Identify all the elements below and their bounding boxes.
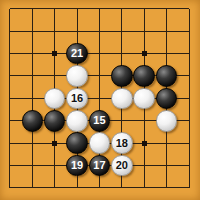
board-point-c1-r4[interactable] <box>0 65 21 87</box>
black-stone <box>156 65 178 87</box>
board-point-c7-r6[interactable] <box>133 110 155 132</box>
board-point-c8-r4[interactable] <box>155 65 177 87</box>
board-point-c6-r8[interactable]: 20 <box>111 154 133 176</box>
board-point-c2-r6[interactable] <box>21 110 43 132</box>
board-point-c6-r1[interactable] <box>111 0 133 20</box>
board-point-c5-r9[interactable] <box>88 177 110 199</box>
board-point-c2-r3[interactable] <box>21 42 43 64</box>
board-point-c8-r3[interactable] <box>155 42 177 64</box>
board-point-c3-r6[interactable] <box>43 110 65 132</box>
board-point-c8-r7[interactable] <box>155 132 177 154</box>
white-stone <box>156 110 178 132</box>
board-point-c8-r2[interactable] <box>155 20 177 42</box>
white-stone <box>44 88 66 110</box>
black-stone <box>111 65 133 87</box>
board-point-c1-r5[interactable] <box>0 87 21 109</box>
board-point-c1-r7[interactable] <box>0 132 21 154</box>
board-point-c1-r8[interactable] <box>0 154 21 176</box>
board-point-c4-r1[interactable] <box>66 0 88 20</box>
black-stone <box>133 65 155 87</box>
board-point-c9-r2[interactable] <box>178 20 200 42</box>
board-point-c8-r8[interactable] <box>155 154 177 176</box>
board-point-c1-r9[interactable] <box>0 177 21 199</box>
board-point-c7-r9[interactable] <box>133 177 155 199</box>
board-point-c4-r4[interactable] <box>66 65 88 87</box>
board-point-c7-r4[interactable] <box>133 65 155 87</box>
board-point-c6-r2[interactable] <box>111 20 133 42</box>
board-point-c9-r3[interactable] <box>178 42 200 64</box>
white-stone-move-20: 20 <box>111 155 133 177</box>
board-point-c7-r5[interactable] <box>133 87 155 109</box>
board-point-c5-r8[interactable]: 17 <box>88 154 110 176</box>
board-point-c4-r9[interactable] <box>66 177 88 199</box>
board-point-c3-r2[interactable] <box>43 20 65 42</box>
board-point-c5-r7[interactable] <box>88 132 110 154</box>
go-board-diagram: 21161518191720 <box>0 0 200 200</box>
board-point-c6-r5[interactable] <box>111 87 133 109</box>
black-stone-move-15: 15 <box>89 110 111 132</box>
board-point-c7-r7[interactable] <box>133 132 155 154</box>
star-point <box>52 51 57 56</box>
white-stone <box>111 88 133 110</box>
star-point <box>52 141 57 146</box>
board-point-c6-r3[interactable] <box>111 42 133 64</box>
board-point-c7-r3[interactable] <box>133 42 155 64</box>
board-point-c3-r7[interactable] <box>43 132 65 154</box>
board-point-c7-r8[interactable] <box>133 154 155 176</box>
board-point-c2-r7[interactable] <box>21 132 43 154</box>
board-point-c2-r2[interactable] <box>21 20 43 42</box>
board-point-c3-r3[interactable] <box>43 42 65 64</box>
board-point-c3-r8[interactable] <box>43 154 65 176</box>
white-stone <box>89 132 111 154</box>
board-point-c2-r5[interactable] <box>21 87 43 109</box>
board-point-c3-r9[interactable] <box>43 177 65 199</box>
go-board: 21161518191720 <box>0 0 200 199</box>
white-stone-move-16: 16 <box>66 88 88 110</box>
board-point-c2-r4[interactable] <box>21 65 43 87</box>
board-point-c6-r4[interactable] <box>111 65 133 87</box>
board-point-c9-r4[interactable] <box>178 65 200 87</box>
board-point-c2-r1[interactable] <box>21 0 43 20</box>
board-point-c4-r5[interactable]: 16 <box>66 87 88 109</box>
black-stone <box>66 132 88 154</box>
board-point-c5-r6[interactable]: 15 <box>88 110 110 132</box>
board-point-c9-r1[interactable] <box>178 0 200 20</box>
board-point-c5-r1[interactable] <box>88 0 110 20</box>
star-point <box>142 51 147 56</box>
board-point-c6-r7[interactable]: 18 <box>111 132 133 154</box>
board-point-c2-r8[interactable] <box>21 154 43 176</box>
board-point-c1-r3[interactable] <box>0 42 21 64</box>
board-point-c2-r9[interactable] <box>21 177 43 199</box>
board-point-c8-r6[interactable] <box>155 110 177 132</box>
white-stone <box>66 110 88 132</box>
board-point-c4-r8[interactable]: 19 <box>66 154 88 176</box>
black-stone <box>22 110 44 132</box>
board-point-c9-r8[interactable] <box>178 154 200 176</box>
board-point-c3-r1[interactable] <box>43 0 65 20</box>
board-point-c3-r5[interactable] <box>43 87 65 109</box>
board-point-c5-r3[interactable] <box>88 42 110 64</box>
board-point-c9-r5[interactable] <box>178 87 200 109</box>
board-point-c4-r6[interactable] <box>66 110 88 132</box>
white-stone-move-18: 18 <box>111 132 133 154</box>
black-stone-move-21: 21 <box>66 43 88 65</box>
board-point-c6-r9[interactable] <box>111 177 133 199</box>
board-point-c5-r5[interactable] <box>88 87 110 109</box>
board-point-c9-r9[interactable] <box>178 177 200 199</box>
board-point-c7-r1[interactable] <box>133 0 155 20</box>
board-point-c6-r6[interactable] <box>111 110 133 132</box>
board-point-c1-r1[interactable] <box>0 0 21 20</box>
white-stone <box>133 88 155 110</box>
board-point-c9-r6[interactable] <box>178 110 200 132</box>
board-point-c4-r2[interactable] <box>66 20 88 42</box>
star-point <box>142 141 147 146</box>
board-point-c3-r4[interactable] <box>43 65 65 87</box>
board-point-c5-r2[interactable] <box>88 20 110 42</box>
white-stone <box>66 65 88 87</box>
board-point-c9-r7[interactable] <box>178 132 200 154</box>
board-point-c8-r1[interactable] <box>155 0 177 20</box>
board-point-c1-r2[interactable] <box>0 20 21 42</box>
board-point-c8-r5[interactable] <box>155 87 177 109</box>
board-point-c4-r7[interactable] <box>66 132 88 154</box>
black-stone-move-17: 17 <box>89 155 111 177</box>
board-point-c5-r4[interactable] <box>88 65 110 87</box>
board-point-c4-r3[interactable]: 21 <box>66 42 88 64</box>
board-point-c7-r2[interactable] <box>133 20 155 42</box>
board-point-c8-r9[interactable] <box>155 177 177 199</box>
board-point-c1-r6[interactable] <box>0 110 21 132</box>
black-stone-move-19: 19 <box>66 155 88 177</box>
black-stone <box>44 110 66 132</box>
black-stone <box>156 88 178 110</box>
